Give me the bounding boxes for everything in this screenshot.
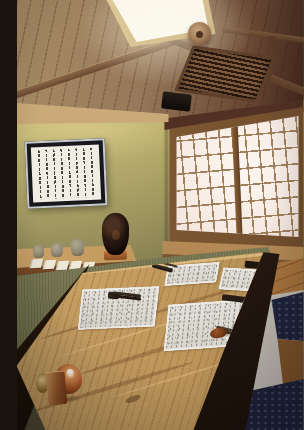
lamp-pattern xyxy=(112,230,120,240)
folded-menu xyxy=(29,259,43,269)
wood-knot xyxy=(124,393,141,404)
ceramic-figurine xyxy=(32,245,44,259)
detector-center xyxy=(196,31,203,38)
folded-menu xyxy=(42,260,56,270)
wall-corner-shadow xyxy=(163,116,170,258)
copper-bell-handle xyxy=(45,370,67,406)
calligraphy-artwork xyxy=(24,138,107,208)
restaurant-room-photo xyxy=(17,0,304,430)
bell-highlight xyxy=(67,369,73,374)
calligraphy-paper xyxy=(30,145,100,203)
ceiling-speaker xyxy=(161,91,192,111)
folded-menu xyxy=(55,261,69,271)
ceramic-figurine xyxy=(50,243,63,258)
calligraphy-text xyxy=(35,148,95,199)
smoke-detector xyxy=(188,22,211,45)
ceiling-beam xyxy=(244,0,252,34)
ceramic-figurine xyxy=(70,239,84,256)
